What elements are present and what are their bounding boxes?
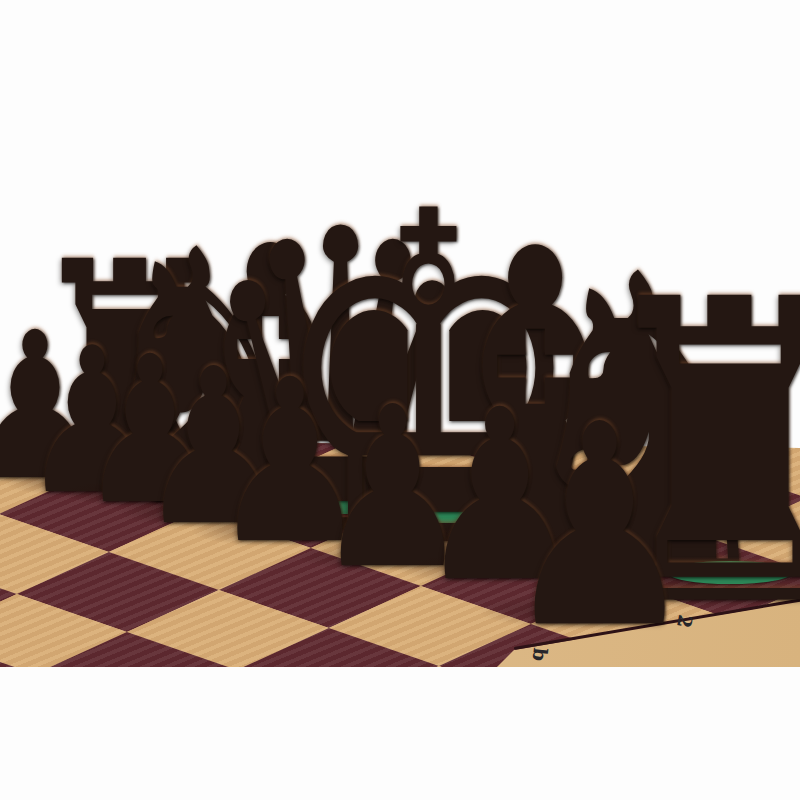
pieces-layer: ♜♞♝♛♚♝♞♜♟♟♟♟♟♟♟♟ <box>0 0 800 800</box>
piece-black-pawn-8: ♟ <box>461 388 739 666</box>
product-photo: b 2 ♜♞♝♛♚♝♞♜♟♟♟♟♟♟♟♟ <box>0 0 800 800</box>
black-pawn-8-glyph: ♟ <box>503 388 697 666</box>
